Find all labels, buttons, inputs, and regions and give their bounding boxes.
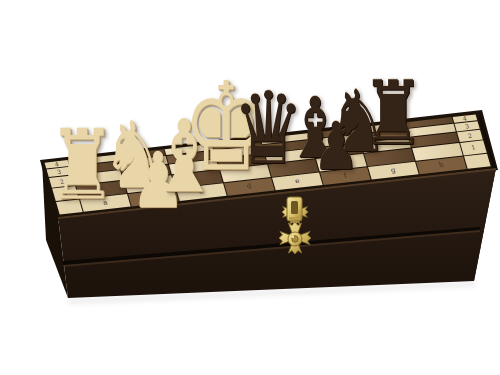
- rank-label-left-3-label: 3: [56, 168, 62, 174]
- rank-label-left-4-label: 4: [54, 161, 60, 167]
- clasp-hasp-hook[interactable]: [287, 197, 302, 221]
- rank-label-right-3-label: 3: [464, 123, 470, 129]
- rank-label-right-2-label: 2: [467, 132, 473, 138]
- file-label-g-label: g: [390, 167, 396, 174]
- rank-label-left-1-label: 1: [63, 190, 69, 196]
- file-label-a-label: a: [102, 199, 108, 206]
- clasp-center-boss: [288, 232, 302, 246]
- chess-set-product-photo: 44332211abcdefgh: [0, 0, 500, 375]
- rank-label-right-4-label: 4: [462, 115, 468, 121]
- border-corner-right: [464, 153, 491, 168]
- file-label-h-label: h: [438, 161, 444, 168]
- file-label-c-label: c: [198, 188, 204, 195]
- brass-clasp[interactable]: [269, 193, 321, 261]
- rank-label-left-2-label: 2: [59, 178, 65, 184]
- file-label-d-label: d: [246, 183, 252, 190]
- file-label-f-label: f: [343, 172, 348, 179]
- rank-label-right-1: 1: [460, 140, 487, 155]
- file-label-e-label: e: [294, 177, 300, 184]
- border-corner-left: [56, 199, 83, 214]
- rank-label-right-1-label: 1: [471, 144, 477, 150]
- file-label-b-label: b: [150, 194, 156, 201]
- rank-label-left-1: 1: [52, 186, 79, 201]
